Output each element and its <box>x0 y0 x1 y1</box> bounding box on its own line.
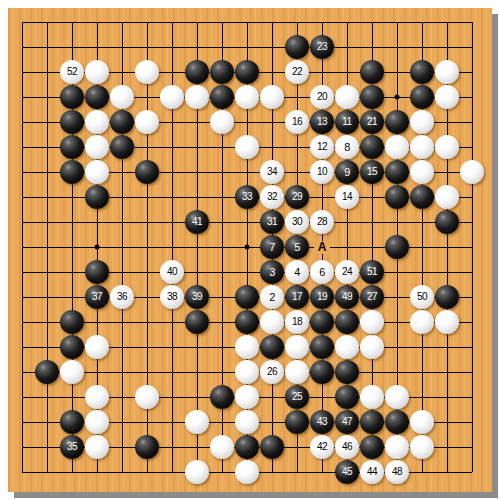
stone-white-R8[interactable]: 50 <box>410 285 434 309</box>
stone-white-J2[interactable] <box>210 435 234 459</box>
stone-black-F13[interactable] <box>135 160 159 184</box>
stone-white-H16[interactable] <box>185 85 209 109</box>
stone-black-O3[interactable]: 47 <box>335 410 359 434</box>
stone-white-E16[interactable] <box>110 85 134 109</box>
stone-white-D4[interactable] <box>85 385 109 409</box>
stone-white-G16[interactable] <box>160 85 184 109</box>
stone-black-N6[interactable] <box>310 335 334 359</box>
stone-black-P15[interactable]: 21 <box>360 110 384 134</box>
move-number: 47 <box>342 417 352 427</box>
stone-white-L5[interactable]: 26 <box>260 360 284 384</box>
stone-black-C6[interactable] <box>60 335 84 359</box>
stone-black-D8[interactable]: 37 <box>85 285 109 309</box>
stone-black-O8[interactable]: 49 <box>335 285 359 309</box>
stone-white-C17[interactable]: 52 <box>60 60 84 84</box>
move-number: 39 <box>192 292 202 302</box>
move-number: 35 <box>67 442 77 452</box>
stone-black-L9[interactable]: 3 <box>260 260 284 284</box>
stone-white-M6[interactable] <box>285 335 309 359</box>
stone-black-E14[interactable] <box>110 135 134 159</box>
stone-black-K2[interactable] <box>235 435 259 459</box>
move-number: 37 <box>92 292 102 302</box>
move-number: 3 <box>269 267 275 278</box>
stone-black-K7[interactable] <box>235 310 259 334</box>
stone-white-R3[interactable] <box>410 410 434 434</box>
move-number: 5 <box>294 242 300 253</box>
move-number: 17 <box>292 292 302 302</box>
move-number: 6 <box>319 267 325 278</box>
stone-black-E15[interactable] <box>110 110 134 134</box>
stone-black-Q3[interactable] <box>385 410 409 434</box>
stone-white-R2[interactable] <box>410 435 434 459</box>
stone-black-M3[interactable] <box>285 410 309 434</box>
move-number: 4 <box>294 267 300 278</box>
stone-black-N5[interactable] <box>310 360 334 384</box>
move-number: 28 <box>317 217 327 227</box>
stone-white-N13[interactable]: 10 <box>310 160 334 184</box>
move-number: 25 <box>292 392 302 402</box>
stone-white-N2[interactable]: 42 <box>310 435 334 459</box>
stone-black-P9[interactable]: 51 <box>360 260 384 284</box>
move-number: 21 <box>367 117 377 127</box>
move-number: 45 <box>342 467 352 477</box>
move-number: 24 <box>342 267 352 277</box>
stone-black-D9[interactable] <box>85 260 109 284</box>
stone-black-N8[interactable]: 19 <box>310 285 334 309</box>
stone-black-C15[interactable] <box>60 110 84 134</box>
stone-black-Q15[interactable] <box>385 110 409 134</box>
stone-white-S14[interactable] <box>435 135 459 159</box>
stone-white-H1[interactable] <box>185 460 209 484</box>
stone-white-N9[interactable]: 6 <box>310 260 334 284</box>
stone-white-K3[interactable] <box>235 410 259 434</box>
stone-white-T13[interactable] <box>460 160 484 184</box>
stone-black-F2[interactable] <box>135 435 159 459</box>
stone-white-L16[interactable] <box>260 85 284 109</box>
move-number: 31 <box>267 217 277 227</box>
stone-white-R7[interactable] <box>410 310 434 334</box>
stone-white-O12[interactable]: 14 <box>335 185 359 209</box>
stone-black-M10[interactable]: 5 <box>285 235 309 259</box>
stone-black-N7[interactable] <box>310 310 334 334</box>
stone-black-L2[interactable] <box>260 435 284 459</box>
move-number: 7 <box>269 242 275 253</box>
stone-white-N16[interactable]: 20 <box>310 85 334 109</box>
stone-black-M18[interactable] <box>285 35 309 59</box>
stone-black-L10[interactable]: 7 <box>260 235 284 259</box>
move-number: 10 <box>317 167 327 177</box>
stone-white-K1[interactable] <box>235 460 259 484</box>
stone-white-S17[interactable] <box>435 60 459 84</box>
stone-white-D2[interactable] <box>85 435 109 459</box>
stone-white-K6[interactable] <box>235 335 259 359</box>
stone-black-O7[interactable] <box>335 310 359 334</box>
point-label-A: A <box>314 241 330 254</box>
stone-black-M12[interactable]: 29 <box>285 185 309 209</box>
stone-black-P3[interactable] <box>360 410 384 434</box>
stone-white-O9[interactable]: 24 <box>335 260 359 284</box>
stone-black-H17[interactable] <box>185 60 209 84</box>
stone-black-O13[interactable]: 9 <box>335 160 359 184</box>
move-number: 2 <box>269 292 275 303</box>
move-number: 15 <box>367 167 377 177</box>
stone-black-N3[interactable]: 43 <box>310 410 334 434</box>
stone-black-H11[interactable]: 41 <box>185 210 209 234</box>
stone-black-Q12[interactable] <box>385 185 409 209</box>
stone-white-Q2[interactable] <box>385 435 409 459</box>
stone-white-P6[interactable] <box>360 335 384 359</box>
move-number: 8 <box>344 142 350 153</box>
stone-white-P4[interactable] <box>360 385 384 409</box>
stone-black-N18[interactable]: 23 <box>310 35 334 59</box>
stone-white-C5[interactable] <box>60 360 84 384</box>
stone-black-P2[interactable] <box>360 435 384 459</box>
move-number: 43 <box>317 417 327 427</box>
stone-white-O16[interactable] <box>335 85 359 109</box>
move-number: 49 <box>342 292 352 302</box>
stone-white-K5[interactable] <box>235 360 259 384</box>
stone-white-S12[interactable] <box>435 185 459 209</box>
stone-black-J17[interactable] <box>210 60 234 84</box>
stone-black-R17[interactable] <box>410 60 434 84</box>
move-number: 9 <box>344 167 350 178</box>
stone-black-R12[interactable] <box>410 185 434 209</box>
move-number: 48 <box>392 467 402 477</box>
move-number: 30 <box>292 217 302 227</box>
move-number: 19 <box>317 292 327 302</box>
stone-white-L8[interactable]: 2 <box>260 285 284 309</box>
stone-white-R13[interactable] <box>410 160 434 184</box>
stone-black-S11[interactable] <box>435 210 459 234</box>
stone-black-R16[interactable] <box>410 85 434 109</box>
stone-white-D13[interactable] <box>85 160 109 184</box>
stone-black-C7[interactable] <box>60 310 84 334</box>
stone-white-P7[interactable] <box>360 310 384 334</box>
stone-white-D6[interactable] <box>85 335 109 359</box>
stone-white-H3[interactable] <box>185 410 209 434</box>
stone-black-P14[interactable] <box>360 135 384 159</box>
stone-white-D17[interactable] <box>85 60 109 84</box>
stone-black-N15[interactable]: 13 <box>310 110 334 134</box>
move-number: 12 <box>317 142 327 152</box>
move-number: 34 <box>267 167 277 177</box>
stone-white-Q1[interactable]: 48 <box>385 460 409 484</box>
stone-white-M9[interactable]: 4 <box>285 260 309 284</box>
stone-white-N11[interactable]: 28 <box>310 210 334 234</box>
stone-white-P1[interactable]: 44 <box>360 460 384 484</box>
stone-white-J15[interactable] <box>210 110 234 134</box>
stone-black-C13[interactable] <box>60 160 84 184</box>
stone-white-F4[interactable] <box>135 385 159 409</box>
stone-white-Q4[interactable] <box>385 385 409 409</box>
stone-white-Q14[interactable] <box>385 135 409 159</box>
stone-black-J4[interactable] <box>210 385 234 409</box>
stone-black-P13[interactable]: 15 <box>360 160 384 184</box>
stone-white-L7[interactable] <box>260 310 284 334</box>
stone-white-S7[interactable] <box>435 310 459 334</box>
stone-white-D3[interactable] <box>85 410 109 434</box>
stone-white-L13[interactable]: 34 <box>260 160 284 184</box>
stone-white-O6[interactable] <box>335 335 359 359</box>
stone-black-S8[interactable] <box>435 285 459 309</box>
stone-black-C2[interactable]: 35 <box>60 435 84 459</box>
stone-white-N14[interactable]: 12 <box>310 135 334 159</box>
move-number: 27 <box>367 292 377 302</box>
move-number: 26 <box>267 367 277 377</box>
move-number: 38 <box>167 292 177 302</box>
stone-black-P8[interactable]: 27 <box>360 285 384 309</box>
stone-white-F17[interactable] <box>135 60 159 84</box>
stone-white-D14[interactable] <box>85 135 109 159</box>
stone-white-M5[interactable] <box>285 360 309 384</box>
stone-black-K17[interactable] <box>235 60 259 84</box>
stone-black-L11[interactable]: 31 <box>260 210 284 234</box>
move-number: 18 <box>292 317 302 327</box>
stone-white-L12[interactable]: 32 <box>260 185 284 209</box>
stone-black-Q10[interactable] <box>385 235 409 259</box>
move-number: 50 <box>417 292 427 302</box>
stone-black-M4[interactable]: 25 <box>285 385 309 409</box>
stone-white-M17[interactable]: 22 <box>285 60 309 84</box>
move-number: 33 <box>242 192 252 202</box>
stone-white-D15[interactable] <box>85 110 109 134</box>
stone-black-O15[interactable]: 11 <box>335 110 359 134</box>
stone-black-K12[interactable]: 33 <box>235 185 259 209</box>
move-number: 11 <box>342 117 351 127</box>
stone-black-D12[interactable] <box>85 185 109 209</box>
move-number: 36 <box>117 292 127 302</box>
move-number: 13 <box>317 117 327 127</box>
stone-black-C3[interactable] <box>60 410 84 434</box>
move-number: 23 <box>317 42 327 52</box>
move-number: 41 <box>192 217 202 227</box>
stone-white-S16[interactable] <box>435 85 459 109</box>
stone-white-G8[interactable]: 38 <box>160 285 184 309</box>
stone-black-M8[interactable]: 17 <box>285 285 309 309</box>
move-number: 32 <box>267 192 277 202</box>
stone-black-J16[interactable] <box>210 85 234 109</box>
stone-black-O1[interactable]: 45 <box>335 460 359 484</box>
stone-white-K14[interactable] <box>235 135 259 159</box>
stone-white-F15[interactable] <box>135 110 159 134</box>
stone-black-D16[interactable] <box>85 85 109 109</box>
move-number: 22 <box>292 67 302 77</box>
go-board[interactable]: 2352222016131121128341091533322914413130… <box>8 8 492 492</box>
stone-white-M15[interactable]: 16 <box>285 110 309 134</box>
move-number: 16 <box>292 117 302 127</box>
move-number: 14 <box>342 192 352 202</box>
stone-white-G9[interactable]: 40 <box>160 260 184 284</box>
stone-black-O5[interactable] <box>335 360 359 384</box>
go-diagram-page: 2352222016131121128341091533322914413130… <box>0 0 500 500</box>
move-number: 29 <box>292 192 302 202</box>
stone-black-H8[interactable]: 39 <box>185 285 209 309</box>
stone-black-L6[interactable] <box>260 335 284 359</box>
stone-black-C16[interactable] <box>60 85 84 109</box>
stone-white-M7[interactable]: 18 <box>285 310 309 334</box>
stone-white-K16[interactable] <box>235 85 259 109</box>
move-number: 44 <box>367 467 377 477</box>
stone-black-O4[interactable] <box>335 385 359 409</box>
stone-white-K4[interactable] <box>235 385 259 409</box>
stone-black-Q13[interactable] <box>385 160 409 184</box>
stone-white-E8[interactable]: 36 <box>110 285 134 309</box>
stone-white-O2[interactable]: 46 <box>335 435 359 459</box>
move-number: 46 <box>342 442 352 452</box>
stone-black-P16[interactable] <box>360 85 384 109</box>
stone-black-K8[interactable] <box>235 285 259 309</box>
stone-black-C14[interactable] <box>60 135 84 159</box>
move-number: 42 <box>317 442 327 452</box>
stone-white-R15[interactable] <box>410 110 434 134</box>
stone-white-M11[interactable]: 30 <box>285 210 309 234</box>
stone-black-P17[interactable] <box>360 60 384 84</box>
stone-black-B5[interactable] <box>35 360 59 384</box>
move-number: 52 <box>67 67 77 77</box>
stone-white-O14[interactable]: 8 <box>335 135 359 159</box>
stone-black-H7[interactable] <box>185 310 209 334</box>
stone-white-R14[interactable] <box>410 135 434 159</box>
move-number: 20 <box>317 92 327 102</box>
move-number: 51 <box>367 267 377 277</box>
move-number: 40 <box>167 267 177 277</box>
